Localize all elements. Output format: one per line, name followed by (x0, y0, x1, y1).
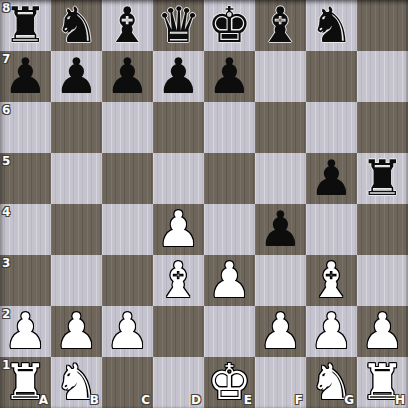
square-a4[interactable]: 4 (0, 204, 51, 255)
piece-black-pawn[interactable]: ♟ (208, 52, 252, 101)
piece-black-pawn[interactable]: ♟ (157, 52, 201, 101)
square-g3[interactable]: ♝ (306, 255, 357, 306)
square-e6[interactable] (204, 102, 255, 153)
piece-black-pawn[interactable]: ♟ (55, 52, 99, 101)
square-f3[interactable] (255, 255, 306, 306)
square-h6[interactable] (357, 102, 408, 153)
rank-label-4: 4 (2, 206, 10, 218)
square-h8[interactable] (357, 0, 408, 51)
square-b5[interactable] (51, 153, 102, 204)
square-f2[interactable]: ♟ (255, 306, 306, 357)
piece-white-pawn[interactable]: ♟ (55, 307, 99, 356)
square-e5[interactable] (204, 153, 255, 204)
square-e2[interactable] (204, 306, 255, 357)
piece-white-pawn[interactable]: ♟ (4, 307, 48, 356)
square-g1[interactable]: G♞ (306, 357, 357, 408)
piece-black-knight[interactable]: ♞ (310, 1, 354, 50)
piece-black-bishop[interactable]: ♝ (106, 1, 150, 50)
piece-white-pawn[interactable]: ♟ (310, 307, 354, 356)
square-g7[interactable] (306, 51, 357, 102)
piece-black-king[interactable]: ♚ (208, 1, 252, 50)
square-b8[interactable]: ♞ (51, 0, 102, 51)
square-f8[interactable]: ♝ (255, 0, 306, 51)
piece-black-rook[interactable]: ♜ (4, 1, 48, 50)
square-d8[interactable]: ♛ (153, 0, 204, 51)
piece-white-king[interactable]: ♚ (208, 358, 252, 407)
piece-black-knight[interactable]: ♞ (55, 1, 99, 50)
square-g6[interactable] (306, 102, 357, 153)
piece-black-bishop[interactable]: ♝ (259, 1, 303, 50)
square-e8[interactable]: ♚ (204, 0, 255, 51)
square-d6[interactable] (153, 102, 204, 153)
piece-black-pawn[interactable]: ♟ (259, 205, 303, 254)
piece-white-rook[interactable]: ♜ (4, 358, 48, 407)
file-label-f: F (295, 394, 303, 406)
piece-black-pawn[interactable]: ♟ (4, 52, 48, 101)
file-label-c: C (141, 394, 150, 406)
piece-white-pawn[interactable]: ♟ (208, 256, 252, 305)
square-h3[interactable] (357, 255, 408, 306)
square-b6[interactable] (51, 102, 102, 153)
square-e3[interactable]: ♟ (204, 255, 255, 306)
square-f1[interactable]: F (255, 357, 306, 408)
square-h4[interactable] (357, 204, 408, 255)
piece-black-pawn[interactable]: ♟ (106, 52, 150, 101)
square-a3[interactable]: 3 (0, 255, 51, 306)
piece-white-knight[interactable]: ♞ (55, 358, 99, 407)
square-g2[interactable]: ♟ (306, 306, 357, 357)
square-h7[interactable] (357, 51, 408, 102)
square-c3[interactable] (102, 255, 153, 306)
square-c6[interactable] (102, 102, 153, 153)
square-a7[interactable]: 7♟ (0, 51, 51, 102)
square-g4[interactable] (306, 204, 357, 255)
rank-label-6: 6 (2, 104, 10, 116)
square-e7[interactable]: ♟ (204, 51, 255, 102)
square-d5[interactable] (153, 153, 204, 204)
square-d3[interactable]: ♝ (153, 255, 204, 306)
square-b2[interactable]: ♟ (51, 306, 102, 357)
square-b4[interactable] (51, 204, 102, 255)
piece-black-rook[interactable]: ♜ (361, 154, 405, 203)
piece-black-pawn[interactable]: ♟ (310, 154, 354, 203)
square-a6[interactable]: 6 (0, 102, 51, 153)
chess-board: 8♜♞♝♛♚♝♞7♟♟♟♟♟65♟♜4♟♟3♝♟♝2♟♟♟♟♟♟1A♜B♞CDE… (0, 0, 408, 408)
square-g8[interactable]: ♞ (306, 0, 357, 51)
piece-white-bishop[interactable]: ♝ (157, 256, 201, 305)
square-b3[interactable] (51, 255, 102, 306)
piece-white-pawn[interactable]: ♟ (259, 307, 303, 356)
square-a8[interactable]: 8♜ (0, 0, 51, 51)
square-f5[interactable] (255, 153, 306, 204)
square-e4[interactable] (204, 204, 255, 255)
square-a1[interactable]: 1A♜ (0, 357, 51, 408)
square-c8[interactable]: ♝ (102, 0, 153, 51)
square-c2[interactable]: ♟ (102, 306, 153, 357)
square-c1[interactable]: C (102, 357, 153, 408)
square-g5[interactable]: ♟ (306, 153, 357, 204)
piece-white-rook[interactable]: ♜ (361, 358, 405, 407)
file-label-d: D (191, 394, 201, 406)
square-h1[interactable]: H♜ (357, 357, 408, 408)
square-c5[interactable] (102, 153, 153, 204)
rank-label-3: 3 (2, 257, 10, 269)
square-e1[interactable]: E♚ (204, 357, 255, 408)
chess-board-window: 8♜♞♝♛♚♝♞7♟♟♟♟♟65♟♜4♟♟3♝♟♝2♟♟♟♟♟♟1A♜B♞CDE… (0, 0, 408, 408)
piece-white-pawn[interactable]: ♟ (106, 307, 150, 356)
square-f6[interactable] (255, 102, 306, 153)
piece-white-knight[interactable]: ♞ (310, 358, 354, 407)
square-f7[interactable] (255, 51, 306, 102)
square-a5[interactable]: 5 (0, 153, 51, 204)
square-h5[interactable]: ♜ (357, 153, 408, 204)
piece-black-queen[interactable]: ♛ (157, 1, 201, 50)
piece-white-pawn[interactable]: ♟ (157, 205, 201, 254)
square-h2[interactable]: ♟ (357, 306, 408, 357)
square-b7[interactable]: ♟ (51, 51, 102, 102)
square-d7[interactable]: ♟ (153, 51, 204, 102)
piece-white-bishop[interactable]: ♝ (310, 256, 354, 305)
square-d1[interactable]: D (153, 357, 204, 408)
square-c4[interactable] (102, 204, 153, 255)
square-f4[interactable]: ♟ (255, 204, 306, 255)
square-a2[interactable]: 2♟ (0, 306, 51, 357)
piece-white-pawn[interactable]: ♟ (361, 307, 405, 356)
square-d4[interactable]: ♟ (153, 204, 204, 255)
square-b1[interactable]: B♞ (51, 357, 102, 408)
square-d2[interactable] (153, 306, 204, 357)
square-c7[interactable]: ♟ (102, 51, 153, 102)
rank-label-5: 5 (2, 155, 10, 167)
